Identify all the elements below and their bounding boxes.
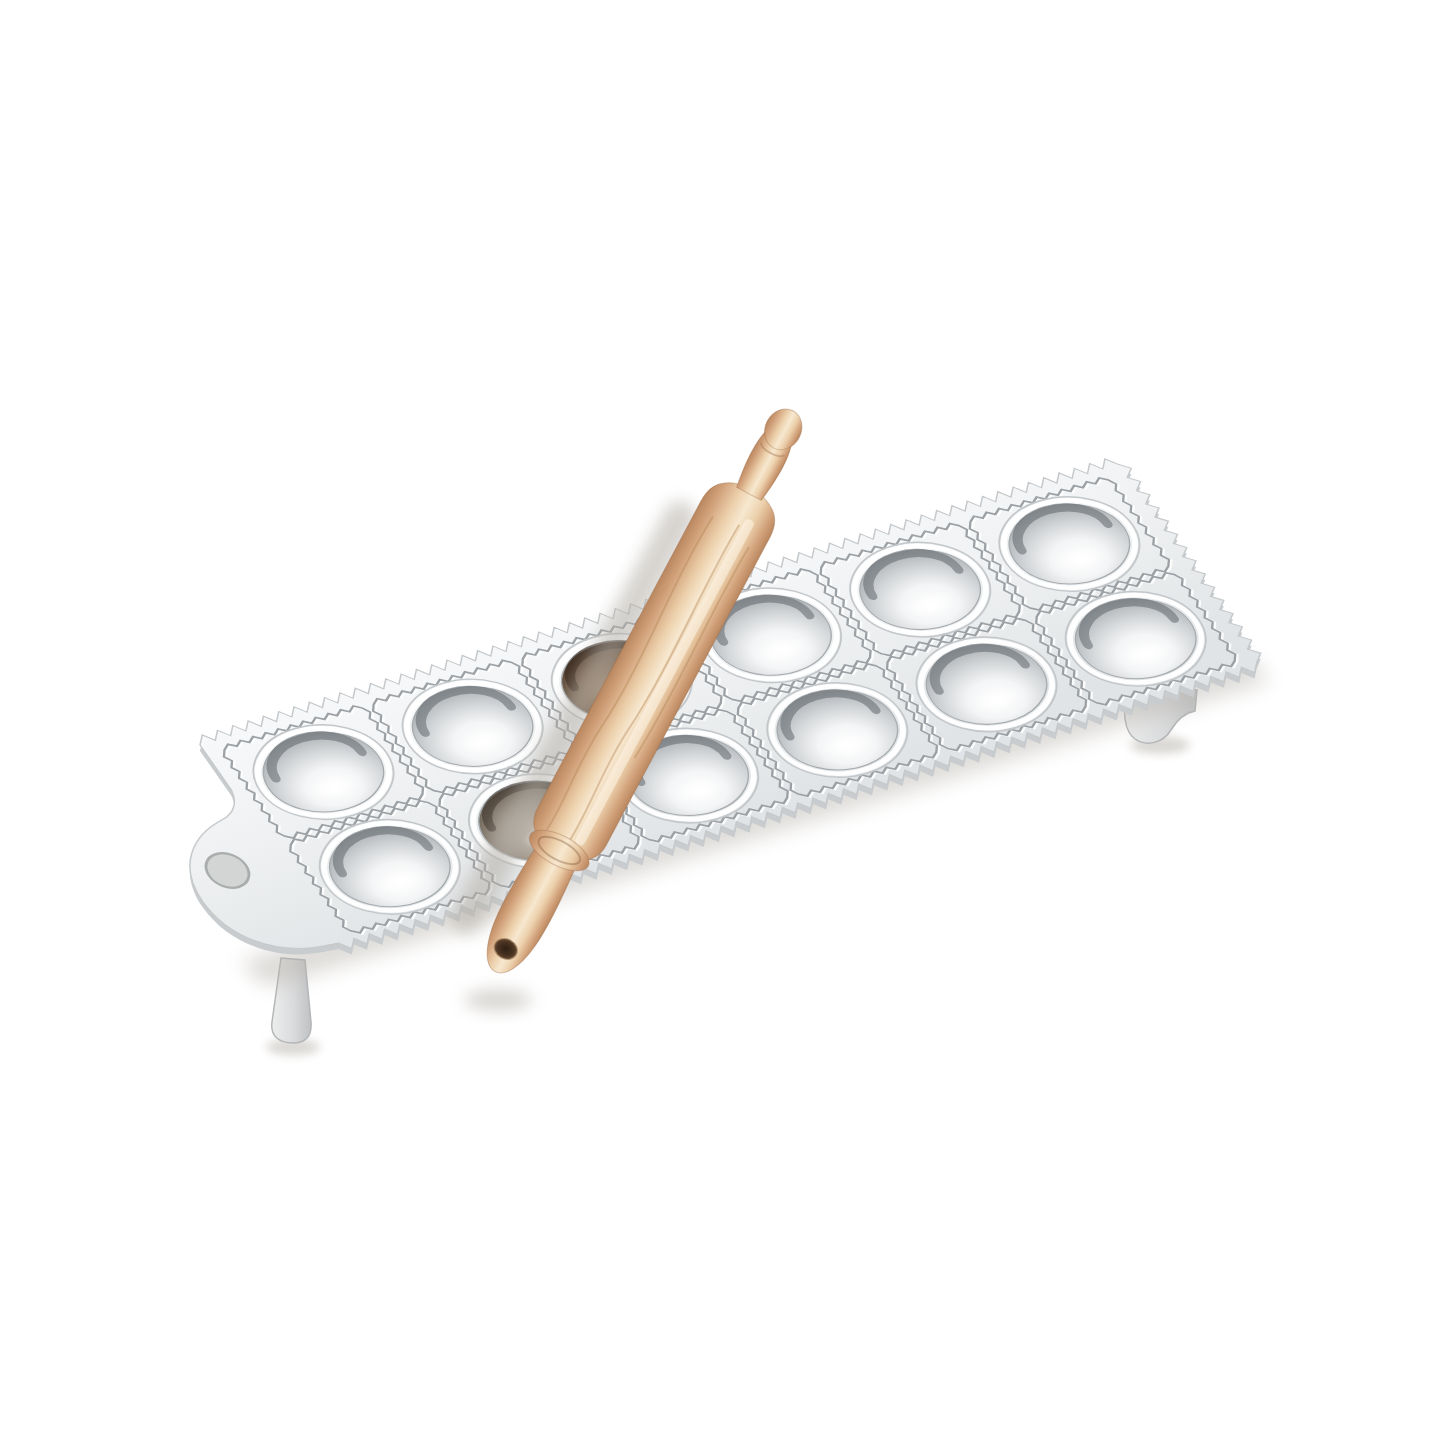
shadow: [464, 989, 532, 1011]
scene: [0, 0, 1439, 1440]
product-photo: [0, 0, 1439, 1440]
